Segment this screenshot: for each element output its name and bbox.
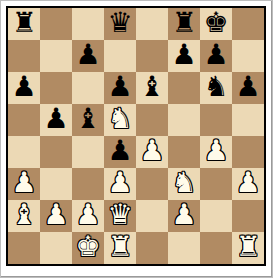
piece-black-pawn[interactable]: ♟ [11, 72, 36, 103]
square-g3[interactable] [200, 168, 232, 200]
piece-white-king[interactable]: ♚ [75, 232, 100, 263]
square-f2[interactable]: ♟ [168, 200, 200, 232]
piece-white-rook[interactable]: ♜ [107, 232, 132, 263]
piece-white-knight[interactable]: ♞ [171, 168, 196, 199]
square-b3[interactable] [40, 168, 72, 200]
chess-board-frame: ♜♛♜♚♟♟♟♟♟♝♞♟♟♝♞♟♟♟♟♟♞♟♝♟♟♛♟♚♜♜ [0, 0, 273, 278]
square-e8[interactable] [136, 8, 168, 40]
piece-black-pawn[interactable]: ♟ [75, 40, 100, 71]
square-a7[interactable] [8, 40, 40, 72]
square-d6[interactable]: ♟ [104, 72, 136, 104]
piece-white-pawn[interactable]: ♟ [139, 136, 164, 167]
square-b7[interactable] [40, 40, 72, 72]
square-e2[interactable] [136, 200, 168, 232]
square-c6[interactable] [72, 72, 104, 104]
piece-white-pawn[interactable]: ♟ [203, 136, 228, 167]
square-c2[interactable]: ♟ [72, 200, 104, 232]
square-d5[interactable]: ♞ [104, 104, 136, 136]
square-g5[interactable] [200, 104, 232, 136]
piece-black-pawn[interactable]: ♟ [107, 136, 132, 167]
square-a6[interactable]: ♟ [8, 72, 40, 104]
square-f8[interactable]: ♜ [168, 8, 200, 40]
square-f7[interactable]: ♟ [168, 40, 200, 72]
piece-black-pawn[interactable]: ♟ [235, 72, 260, 103]
square-b1[interactable] [40, 232, 72, 264]
square-f5[interactable] [168, 104, 200, 136]
square-d4[interactable]: ♟ [104, 136, 136, 168]
piece-white-pawn[interactable]: ♟ [43, 200, 68, 231]
square-b2[interactable]: ♟ [40, 200, 72, 232]
square-a3[interactable]: ♟ [8, 168, 40, 200]
square-d7[interactable] [104, 40, 136, 72]
square-a1[interactable] [8, 232, 40, 264]
square-e6[interactable]: ♝ [136, 72, 168, 104]
square-c5[interactable]: ♝ [72, 104, 104, 136]
piece-black-knight[interactable]: ♞ [203, 72, 228, 103]
square-f1[interactable] [168, 232, 200, 264]
square-c4[interactable] [72, 136, 104, 168]
square-h7[interactable] [232, 40, 264, 72]
piece-black-bishop[interactable]: ♝ [75, 104, 100, 135]
square-a4[interactable] [8, 136, 40, 168]
square-c1[interactable]: ♚ [72, 232, 104, 264]
square-c3[interactable] [72, 168, 104, 200]
square-g6[interactable]: ♞ [200, 72, 232, 104]
piece-black-bishop[interactable]: ♝ [139, 72, 164, 103]
square-a2[interactable]: ♝ [8, 200, 40, 232]
square-e5[interactable] [136, 104, 168, 136]
piece-white-pawn[interactable]: ♟ [235, 168, 260, 199]
square-b4[interactable] [40, 136, 72, 168]
square-g1[interactable] [200, 232, 232, 264]
piece-white-pawn[interactable]: ♟ [11, 168, 36, 199]
square-f6[interactable] [168, 72, 200, 104]
piece-black-pawn[interactable]: ♟ [43, 104, 68, 135]
square-h6[interactable]: ♟ [232, 72, 264, 104]
square-g8[interactable]: ♚ [200, 8, 232, 40]
square-e4[interactable]: ♟ [136, 136, 168, 168]
piece-black-queen[interactable]: ♛ [107, 8, 132, 39]
square-b5[interactable]: ♟ [40, 104, 72, 136]
piece-black-pawn[interactable]: ♟ [171, 40, 196, 71]
piece-black-rook[interactable]: ♜ [11, 8, 36, 39]
square-e1[interactable] [136, 232, 168, 264]
square-h1[interactable]: ♜ [232, 232, 264, 264]
square-e3[interactable] [136, 168, 168, 200]
piece-white-pawn[interactable]: ♟ [171, 200, 196, 231]
piece-black-rook[interactable]: ♜ [171, 8, 196, 39]
square-g4[interactable]: ♟ [200, 136, 232, 168]
piece-white-rook[interactable]: ♜ [235, 232, 260, 263]
piece-black-pawn[interactable]: ♟ [107, 72, 132, 103]
square-d8[interactable]: ♛ [104, 8, 136, 40]
chess-board: ♜♛♜♚♟♟♟♟♟♝♞♟♟♝♞♟♟♟♟♟♞♟♝♟♟♛♟♚♜♜ [6, 6, 266, 266]
piece-white-knight[interactable]: ♞ [107, 104, 132, 135]
square-h4[interactable] [232, 136, 264, 168]
piece-white-pawn[interactable]: ♟ [107, 168, 132, 199]
square-b6[interactable] [40, 72, 72, 104]
piece-white-bishop[interactable]: ♝ [11, 200, 36, 231]
square-c7[interactable]: ♟ [72, 40, 104, 72]
square-b8[interactable] [40, 8, 72, 40]
square-f4[interactable] [168, 136, 200, 168]
square-h3[interactable]: ♟ [232, 168, 264, 200]
square-h2[interactable] [232, 200, 264, 232]
square-c8[interactable] [72, 8, 104, 40]
piece-white-queen[interactable]: ♛ [107, 200, 132, 231]
square-a5[interactable] [8, 104, 40, 136]
square-g2[interactable] [200, 200, 232, 232]
square-d1[interactable]: ♜ [104, 232, 136, 264]
square-f3[interactable]: ♞ [168, 168, 200, 200]
square-g7[interactable]: ♟ [200, 40, 232, 72]
piece-black-pawn[interactable]: ♟ [203, 40, 228, 71]
square-a8[interactable]: ♜ [8, 8, 40, 40]
square-d2[interactable]: ♛ [104, 200, 136, 232]
square-h5[interactable] [232, 104, 264, 136]
square-d3[interactable]: ♟ [104, 168, 136, 200]
piece-white-pawn[interactable]: ♟ [75, 200, 100, 231]
square-h8[interactable] [232, 8, 264, 40]
piece-black-king[interactable]: ♚ [203, 8, 228, 39]
square-e7[interactable] [136, 40, 168, 72]
